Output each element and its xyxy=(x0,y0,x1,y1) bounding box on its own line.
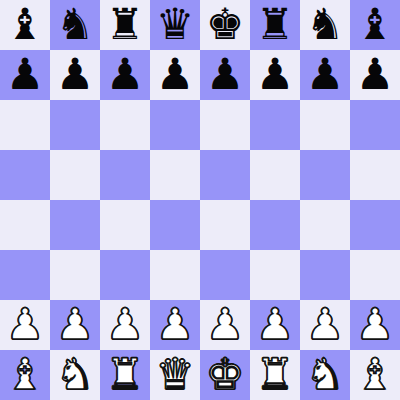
piece-black-knight: ♞ xyxy=(306,0,345,49)
square-c2[interactable]: ♟ xyxy=(100,300,150,350)
chess-board: ♝♞♜♛♚♜♞♝♟♟♟♟♟♟♟♟♟♟♟♟♟♟♟♟♝♞♜♛♚♜♞♝ xyxy=(0,0,400,400)
piece-white-rook: ♜ xyxy=(256,350,295,399)
square-g1[interactable]: ♞ xyxy=(300,350,350,400)
piece-white-pawn: ♟ xyxy=(156,300,195,349)
square-h8[interactable]: ♝ xyxy=(350,0,400,50)
square-c8[interactable]: ♜ xyxy=(100,0,150,50)
piece-black-pawn: ♟ xyxy=(306,50,345,99)
square-a2[interactable]: ♟ xyxy=(0,300,50,350)
piece-white-rook: ♜ xyxy=(106,350,145,399)
piece-black-rook: ♜ xyxy=(106,0,145,49)
square-e1[interactable]: ♚ xyxy=(200,350,250,400)
square-d2[interactable]: ♟ xyxy=(150,300,200,350)
piece-black-pawn: ♟ xyxy=(206,50,245,99)
piece-black-pawn: ♟ xyxy=(356,50,395,99)
square-h7[interactable]: ♟ xyxy=(350,50,400,100)
square-d5[interactable] xyxy=(150,150,200,200)
square-g2[interactable]: ♟ xyxy=(300,300,350,350)
square-d6[interactable] xyxy=(150,100,200,150)
square-e3[interactable] xyxy=(200,250,250,300)
piece-black-bishop: ♝ xyxy=(356,0,395,49)
square-e2[interactable]: ♟ xyxy=(200,300,250,350)
square-h2[interactable]: ♟ xyxy=(350,300,400,350)
square-g7[interactable]: ♟ xyxy=(300,50,350,100)
square-a4[interactable] xyxy=(0,200,50,250)
square-d8[interactable]: ♛ xyxy=(150,0,200,50)
piece-white-pawn: ♟ xyxy=(256,300,295,349)
square-d1[interactable]: ♛ xyxy=(150,350,200,400)
square-g3[interactable] xyxy=(300,250,350,300)
square-c3[interactable] xyxy=(100,250,150,300)
square-f6[interactable] xyxy=(250,100,300,150)
square-f5[interactable] xyxy=(250,150,300,200)
piece-black-pawn: ♟ xyxy=(56,50,95,99)
square-f4[interactable] xyxy=(250,200,300,250)
square-b7[interactable]: ♟ xyxy=(50,50,100,100)
piece-white-pawn: ♟ xyxy=(56,300,95,349)
square-c6[interactable] xyxy=(100,100,150,150)
piece-white-pawn: ♟ xyxy=(106,300,145,349)
piece-white-queen: ♛ xyxy=(156,350,195,399)
piece-white-pawn: ♟ xyxy=(356,300,395,349)
square-c5[interactable] xyxy=(100,150,150,200)
piece-black-pawn: ♟ xyxy=(106,50,145,99)
piece-black-pawn: ♟ xyxy=(6,50,45,99)
square-a1[interactable]: ♝ xyxy=(0,350,50,400)
square-e4[interactable] xyxy=(200,200,250,250)
square-b8[interactable]: ♞ xyxy=(50,0,100,50)
piece-white-bishop: ♝ xyxy=(6,350,45,399)
square-c7[interactable]: ♟ xyxy=(100,50,150,100)
square-h1[interactable]: ♝ xyxy=(350,350,400,400)
piece-white-bishop: ♝ xyxy=(356,350,395,399)
square-f2[interactable]: ♟ xyxy=(250,300,300,350)
square-e5[interactable] xyxy=(200,150,250,200)
piece-black-bishop: ♝ xyxy=(6,0,45,49)
piece-white-pawn: ♟ xyxy=(206,300,245,349)
square-a7[interactable]: ♟ xyxy=(0,50,50,100)
piece-white-knight: ♞ xyxy=(56,350,95,399)
square-b4[interactable] xyxy=(50,200,100,250)
square-c4[interactable] xyxy=(100,200,150,250)
square-b3[interactable] xyxy=(50,250,100,300)
piece-black-knight: ♞ xyxy=(56,0,95,49)
square-g4[interactable] xyxy=(300,200,350,250)
square-a3[interactable] xyxy=(0,250,50,300)
square-h4[interactable] xyxy=(350,200,400,250)
piece-white-pawn: ♟ xyxy=(306,300,345,349)
piece-white-pawn: ♟ xyxy=(6,300,45,349)
piece-black-queen: ♛ xyxy=(156,0,195,49)
square-a8[interactable]: ♝ xyxy=(0,0,50,50)
square-e6[interactable] xyxy=(200,100,250,150)
square-a5[interactable] xyxy=(0,150,50,200)
square-f3[interactable] xyxy=(250,250,300,300)
square-g8[interactable]: ♞ xyxy=(300,0,350,50)
square-b5[interactable] xyxy=(50,150,100,200)
square-b6[interactable] xyxy=(50,100,100,150)
square-d7[interactable]: ♟ xyxy=(150,50,200,100)
square-d4[interactable] xyxy=(150,200,200,250)
square-f1[interactable]: ♜ xyxy=(250,350,300,400)
square-f7[interactable]: ♟ xyxy=(250,50,300,100)
chess-board-wrapper: ♝♞♜♛♚♜♞♝♟♟♟♟♟♟♟♟♟♟♟♟♟♟♟♟♝♞♜♛♚♜♞♝ xyxy=(0,0,400,400)
square-e7[interactable]: ♟ xyxy=(200,50,250,100)
square-d3[interactable] xyxy=(150,250,200,300)
square-h6[interactable] xyxy=(350,100,400,150)
square-g6[interactable] xyxy=(300,100,350,150)
square-h5[interactable] xyxy=(350,150,400,200)
square-e8[interactable]: ♚ xyxy=(200,0,250,50)
piece-black-king: ♚ xyxy=(206,0,245,49)
piece-white-king: ♚ xyxy=(206,350,245,399)
square-h3[interactable] xyxy=(350,250,400,300)
square-f8[interactable]: ♜ xyxy=(250,0,300,50)
square-c1[interactable]: ♜ xyxy=(100,350,150,400)
square-g5[interactable] xyxy=(300,150,350,200)
square-a6[interactable] xyxy=(0,100,50,150)
piece-black-pawn: ♟ xyxy=(156,50,195,99)
square-b2[interactable]: ♟ xyxy=(50,300,100,350)
piece-black-pawn: ♟ xyxy=(256,50,295,99)
piece-black-rook: ♜ xyxy=(256,0,295,49)
piece-white-knight: ♞ xyxy=(306,350,345,399)
square-b1[interactable]: ♞ xyxy=(50,350,100,400)
